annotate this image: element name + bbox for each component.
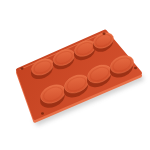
corner-hole-1 [21,67,24,69]
mold-photo-canvas [0,0,150,150]
product-photo-stage [0,0,150,150]
corner-hole-4 [41,112,44,114]
corner-hole-2 [103,33,106,35]
mold-photo [0,0,150,150]
corner-hole-3 [134,67,137,69]
